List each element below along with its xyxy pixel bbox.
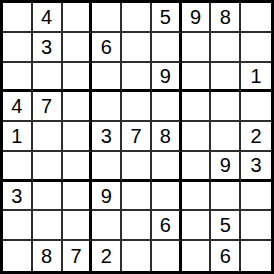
cell-r9c7[interactable] [182, 241, 212, 271]
cell-r5c7[interactable] [182, 122, 212, 152]
cell-r1c8[interactable]: 8 [211, 3, 241, 33]
cell-r5c8[interactable] [211, 122, 241, 152]
cell-r2c7[interactable] [182, 33, 212, 63]
cell-r4c3[interactable] [63, 92, 93, 122]
cell-r9c2[interactable]: 8 [33, 241, 63, 271]
cell-r6c3[interactable] [63, 152, 93, 182]
cell-r1c1[interactable] [3, 3, 33, 33]
cell-r5c9[interactable]: 2 [241, 122, 271, 152]
cell-r2c4[interactable]: 6 [92, 33, 122, 63]
cell-r1c2[interactable]: 4 [33, 3, 63, 33]
cell-r5c4[interactable]: 3 [92, 122, 122, 152]
cell-r2c6[interactable] [152, 33, 182, 63]
cell-r3c5[interactable] [122, 63, 152, 93]
cell-r1c5[interactable] [122, 3, 152, 33]
cell-r9c1[interactable] [3, 241, 33, 271]
cell-r6c4[interactable] [92, 152, 122, 182]
cell-r6c2[interactable] [33, 152, 63, 182]
cell-r3c3[interactable] [63, 63, 93, 93]
cell-r2c3[interactable] [63, 33, 93, 63]
cell-r2c1[interactable] [3, 33, 33, 63]
cell-r6c5[interactable] [122, 152, 152, 182]
cell-r4c7[interactable] [182, 92, 212, 122]
cell-r4c9[interactable] [241, 92, 271, 122]
cell-r1c9[interactable] [241, 3, 271, 33]
cell-r7c8[interactable] [211, 182, 241, 212]
cell-r6c9[interactable]: 3 [241, 152, 271, 182]
cell-r3c6[interactable]: 9 [152, 63, 182, 93]
cell-r5c5[interactable]: 7 [122, 122, 152, 152]
cell-r8c9[interactable] [241, 211, 271, 241]
cell-r8c6[interactable]: 6 [152, 211, 182, 241]
cell-r2c9[interactable] [241, 33, 271, 63]
cell-r7c9[interactable] [241, 182, 271, 212]
cell-r4c5[interactable] [122, 92, 152, 122]
cell-r6c1[interactable] [3, 152, 33, 182]
cell-r7c6[interactable] [152, 182, 182, 212]
cell-r9c9[interactable] [241, 241, 271, 271]
cell-r7c2[interactable] [33, 182, 63, 212]
cell-r8c3[interactable] [63, 211, 93, 241]
cell-r8c2[interactable] [33, 211, 63, 241]
cell-r9c3[interactable]: 7 [63, 241, 93, 271]
cell-r3c7[interactable] [182, 63, 212, 93]
cell-r2c8[interactable] [211, 33, 241, 63]
cell-r5c6[interactable]: 8 [152, 122, 182, 152]
cell-r7c7[interactable] [182, 182, 212, 212]
cell-r8c1[interactable] [3, 211, 33, 241]
cell-r6c7[interactable] [182, 152, 212, 182]
cell-r9c5[interactable] [122, 241, 152, 271]
cell-r1c6[interactable]: 5 [152, 3, 182, 33]
cell-r5c2[interactable] [33, 122, 63, 152]
cell-r9c8[interactable]: 6 [211, 241, 241, 271]
cell-r1c7[interactable]: 9 [182, 3, 212, 33]
cell-r7c5[interactable] [122, 182, 152, 212]
cell-r1c4[interactable] [92, 3, 122, 33]
cell-r8c5[interactable] [122, 211, 152, 241]
sudoku-board: 4598369147137829339658726 [0, 0, 274, 274]
cell-r7c4[interactable]: 9 [92, 182, 122, 212]
cell-r3c2[interactable] [33, 63, 63, 93]
cell-r4c8[interactable] [211, 92, 241, 122]
cell-r3c4[interactable] [92, 63, 122, 93]
cell-r8c4[interactable] [92, 211, 122, 241]
cell-r7c1[interactable]: 3 [3, 182, 33, 212]
cell-r3c9[interactable]: 1 [241, 63, 271, 93]
cell-r1c3[interactable] [63, 3, 93, 33]
cell-r9c6[interactable] [152, 241, 182, 271]
cell-r2c5[interactable] [122, 33, 152, 63]
cell-r5c3[interactable] [63, 122, 93, 152]
cell-r4c6[interactable] [152, 92, 182, 122]
cell-r5c1[interactable]: 1 [3, 122, 33, 152]
cell-r4c1[interactable]: 4 [3, 92, 33, 122]
cell-r4c4[interactable] [92, 92, 122, 122]
cell-r3c8[interactable] [211, 63, 241, 93]
cell-r4c2[interactable]: 7 [33, 92, 63, 122]
cell-r8c8[interactable]: 5 [211, 211, 241, 241]
cell-r7c3[interactable] [63, 182, 93, 212]
cell-r3c1[interactable] [3, 63, 33, 93]
cell-r6c8[interactable]: 9 [211, 152, 241, 182]
cell-r6c6[interactable] [152, 152, 182, 182]
cell-r8c7[interactable] [182, 211, 212, 241]
cell-r9c4[interactable]: 2 [92, 241, 122, 271]
cell-r2c2[interactable]: 3 [33, 33, 63, 63]
